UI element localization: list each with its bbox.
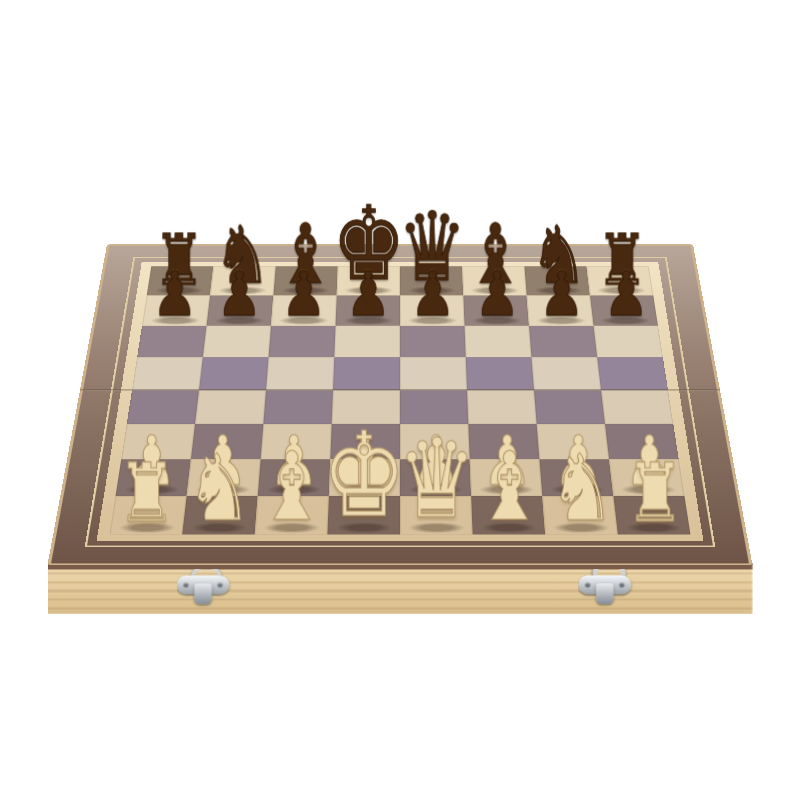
square-b1[interactable]: ♞	[182, 496, 258, 534]
latch-hook	[194, 583, 212, 604]
square-c1[interactable]: ♝	[255, 496, 329, 534]
latch-plate	[176, 576, 229, 595]
square-a4[interactable]	[127, 390, 199, 424]
square-b7[interactable]: ♟	[206, 296, 273, 326]
latch-hook	[595, 583, 613, 604]
piece-black-pawn[interactable]: ♟	[281, 263, 326, 325]
square-c6[interactable]	[269, 326, 336, 357]
square-g1[interactable]: ♞	[542, 496, 618, 534]
right-latch	[578, 569, 631, 606]
piece-white-queen[interactable]: ♛	[397, 425, 476, 534]
piece-white-knight[interactable]: ♞	[185, 443, 251, 534]
latch-arch	[592, 561, 625, 585]
board-border-strip: ♜♞♝♚♛♝♞♜♟♟♟♟♟♟♟♟♟♟♟♟♟♟♟♟♜♞♝♚♛♝♞♜	[97, 262, 704, 541]
latch-arch	[191, 566, 222, 583]
square-e6[interactable]	[400, 326, 466, 357]
piece-white-knight[interactable]: ♞	[548, 443, 614, 534]
square-e1[interactable]: ♛	[400, 496, 473, 534]
piece-black-pawn[interactable]: ♟	[152, 263, 197, 325]
square-a7[interactable]: ♟	[142, 296, 210, 326]
square-e5[interactable]	[400, 357, 467, 390]
square-h7[interactable]: ♟	[590, 296, 658, 326]
square-g4[interactable]	[534, 390, 605, 424]
square-f4[interactable]	[467, 390, 537, 424]
piece-white-rook[interactable]: ♜	[625, 453, 684, 534]
square-c5[interactable]	[266, 357, 334, 390]
board-tilt-wrapper: ♜♞♝♚♛♝♞♜♟♟♟♟♟♟♟♟♟♟♟♟♟♟♟♟♜♞♝♚♛♝♞♜	[47, 244, 752, 565]
square-h4[interactable]	[601, 390, 673, 424]
square-f1[interactable]: ♝	[471, 496, 545, 534]
latch-plate	[578, 576, 631, 595]
folding-chessboard-case: ♜♞♝♚♛♝♞♜♟♟♟♟♟♟♟♟♟♟♟♟♟♟♟♟♜♞♝♚♛♝♞♜	[47, 244, 752, 565]
square-a1[interactable]: ♜	[110, 496, 187, 534]
chess-board: ♜♞♝♚♛♝♞♜♟♟♟♟♟♟♟♟♟♟♟♟♟♟♟♟♜♞♝♚♛♝♞♜	[110, 266, 691, 534]
square-h5[interactable]	[597, 357, 668, 390]
chess-set-scene: ♜♞♝♚♛♝♞♜♟♟♟♟♟♟♟♟♟♟♟♟♟♟♟♟♜♞♝♚♛♝♞♜	[0, 0, 800, 800]
piece-black-pawn[interactable]: ♟	[474, 263, 519, 325]
square-d5[interactable]	[333, 357, 400, 390]
square-e7[interactable]: ♟	[400, 296, 465, 326]
piece-black-pawn[interactable]: ♟	[603, 263, 648, 325]
left-latch	[176, 569, 229, 606]
latch-screw	[584, 582, 590, 588]
square-d7[interactable]: ♟	[335, 296, 400, 326]
latch-screw	[183, 582, 189, 588]
square-f7[interactable]: ♟	[463, 296, 529, 326]
square-g7[interactable]: ♟	[527, 296, 594, 326]
piece-black-pawn[interactable]: ♟	[216, 263, 261, 325]
square-f5[interactable]	[466, 357, 534, 390]
square-a5[interactable]	[132, 357, 203, 390]
square-d1[interactable]: ♚	[327, 496, 400, 534]
case-front-edge	[48, 563, 752, 614]
piece-white-rook[interactable]: ♜	[117, 453, 176, 534]
latch-screw	[217, 582, 223, 588]
piece-black-pawn[interactable]: ♟	[410, 263, 455, 325]
piece-black-pawn[interactable]: ♟	[345, 263, 390, 325]
piece-black-pawn[interactable]: ♟	[539, 263, 584, 325]
square-g6[interactable]	[529, 326, 597, 357]
square-f6[interactable]	[465, 326, 532, 357]
square-h1[interactable]: ♜	[613, 496, 690, 534]
piece-white-bishop[interactable]: ♝	[257, 439, 326, 534]
piece-white-bishop[interactable]: ♝	[475, 439, 544, 534]
square-d6[interactable]	[334, 326, 400, 357]
square-h6[interactable]	[594, 326, 663, 357]
square-a6[interactable]	[137, 326, 206, 357]
square-c7[interactable]: ♟	[271, 296, 337, 326]
square-b5[interactable]	[199, 357, 269, 390]
square-b6[interactable]	[203, 326, 271, 357]
piece-white-king[interactable]: ♚	[321, 417, 406, 534]
square-b4[interactable]	[195, 390, 266, 424]
maple-inlay-line: ♜♞♝♚♛♝♞♜♟♟♟♟♟♟♟♟♟♟♟♟♟♟♟♟♜♞♝♚♛♝♞♜	[85, 257, 716, 546]
square-g5[interactable]	[531, 357, 601, 390]
latch-screw	[619, 582, 625, 588]
